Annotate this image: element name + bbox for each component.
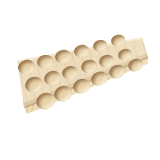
pit-b3[interactable]	[61, 63, 81, 81]
pit-a6[interactable]	[110, 34, 126, 48]
pit-c3[interactable]	[71, 76, 92, 96]
pit-c4[interactable]	[89, 70, 109, 89]
pit-c2[interactable]	[52, 83, 74, 104]
pit-a3[interactable]	[54, 48, 72, 64]
pit-b2[interactable]	[42, 69, 63, 88]
product-photo-scene	[0, 0, 160, 160]
pit-a5[interactable]	[91, 38, 108, 53]
pit-b1[interactable]	[23, 74, 45, 94]
pit-grid	[0, 0, 160, 160]
pit-a2[interactable]	[35, 53, 54, 70]
pit-a4[interactable]	[73, 43, 91, 59]
pit-a1[interactable]	[16, 57, 36, 75]
